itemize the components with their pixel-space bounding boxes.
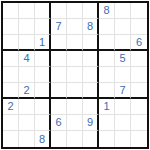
given-digit: 8 [103,5,109,16]
cell-r6c1[interactable] [3,83,19,99]
cell-r5c1[interactable] [3,67,19,83]
cell-r2c5[interactable] [67,19,83,35]
cell-r2c8[interactable] [115,19,131,35]
cell-r3c6[interactable] [83,35,99,51]
cell-r8c2[interactable] [19,115,35,131]
cell-r9c1[interactable] [3,131,19,147]
cell-r4c6[interactable] [83,51,99,67]
cell-r2c7[interactable] [99,19,115,35]
cell-r7c8[interactable] [115,99,131,115]
cell-r1c4[interactable] [51,3,67,19]
cell-r2c9[interactable] [131,19,147,35]
given-digit: 1 [103,101,109,112]
cell-r5c3[interactable] [35,67,51,83]
cell-r4c8[interactable]: 5 [115,51,131,67]
cell-r4c7[interactable] [99,51,115,67]
given-digit: 8 [87,21,93,32]
sudoku-board: 87816452721698 [1,1,149,149]
cell-r1c9[interactable] [131,3,147,19]
cell-r8c5[interactable] [67,115,83,131]
cell-r3c5[interactable] [67,35,83,51]
given-digit: 9 [87,117,93,128]
given-digit: 6 [136,37,142,48]
cell-r5c8[interactable] [115,67,131,83]
cell-r2c3[interactable] [35,19,51,35]
cell-r6c9[interactable] [131,83,147,99]
cell-r9c5[interactable] [67,131,83,147]
cell-r8c3[interactable] [35,115,51,131]
cell-r9c9[interactable] [131,131,147,147]
cell-r7c7[interactable]: 1 [99,99,115,115]
cell-r4c3[interactable] [35,51,51,67]
sudoku-grid: 87816452721698 [3,3,147,147]
cell-r8c6[interactable]: 9 [83,115,99,131]
cell-r3c1[interactable] [3,35,19,51]
cell-r4c1[interactable] [3,51,19,67]
cell-r9c2[interactable] [19,131,35,147]
cell-r3c3[interactable]: 1 [35,35,51,51]
cell-r8c4[interactable]: 6 [51,115,67,131]
given-digit: 2 [7,101,13,112]
cell-r6c3[interactable] [35,83,51,99]
cell-r8c9[interactable] [131,115,147,131]
given-digit: 7 [55,21,61,32]
cell-r3c9[interactable]: 6 [131,35,147,51]
cell-r1c3[interactable] [35,3,51,19]
cell-r8c1[interactable] [3,115,19,131]
cell-r7c4[interactable] [51,99,67,115]
cell-r2c2[interactable] [19,19,35,35]
cell-r5c2[interactable] [19,67,35,83]
cell-r2c4[interactable]: 7 [51,19,67,35]
cell-r6c4[interactable] [51,83,67,99]
cell-r1c1[interactable] [3,3,19,19]
cell-r3c7[interactable] [99,35,115,51]
given-digit: 6 [55,117,61,128]
cell-r3c2[interactable] [19,35,35,51]
cell-r9c3[interactable]: 8 [35,131,51,147]
cell-r1c6[interactable] [83,3,99,19]
cell-r7c6[interactable] [83,99,99,115]
cell-r9c7[interactable] [99,131,115,147]
cell-r3c4[interactable] [51,35,67,51]
cell-r6c2[interactable]: 2 [19,83,35,99]
cell-r1c5[interactable] [67,3,83,19]
cell-r9c4[interactable] [51,131,67,147]
cell-r7c3[interactable] [35,99,51,115]
cell-r5c5[interactable] [67,67,83,83]
cell-r1c2[interactable] [19,3,35,19]
cell-r9c8[interactable] [115,131,131,147]
cell-r5c4[interactable] [51,67,67,83]
cell-r3c8[interactable] [115,35,131,51]
given-digit: 7 [119,85,125,96]
given-digit: 4 [23,53,29,64]
cell-r6c7[interactable] [99,83,115,99]
cell-r4c9[interactable] [131,51,147,67]
cell-r6c5[interactable] [67,83,83,99]
given-digit: 8 [39,134,45,145]
cell-r1c7[interactable]: 8 [99,3,115,19]
cell-r1c8[interactable] [115,3,131,19]
cell-r7c5[interactable] [67,99,83,115]
cell-r2c6[interactable]: 8 [83,19,99,35]
cell-r6c8[interactable]: 7 [115,83,131,99]
cell-r7c2[interactable] [19,99,35,115]
cell-r5c7[interactable] [99,67,115,83]
cell-r5c9[interactable] [131,67,147,83]
cell-r6c6[interactable] [83,83,99,99]
given-digit: 1 [39,37,45,48]
cell-r8c8[interactable] [115,115,131,131]
cell-r4c5[interactable] [67,51,83,67]
cell-r4c2[interactable]: 4 [19,51,35,67]
cell-r7c9[interactable] [131,99,147,115]
cell-r4c4[interactable] [51,51,67,67]
cell-r2c1[interactable] [3,19,19,35]
cell-r9c6[interactable] [83,131,99,147]
cell-r8c7[interactable] [99,115,115,131]
cell-r5c6[interactable] [83,67,99,83]
given-digit: 2 [23,85,29,96]
cell-r7c1[interactable]: 2 [3,99,19,115]
given-digit: 5 [119,53,125,64]
